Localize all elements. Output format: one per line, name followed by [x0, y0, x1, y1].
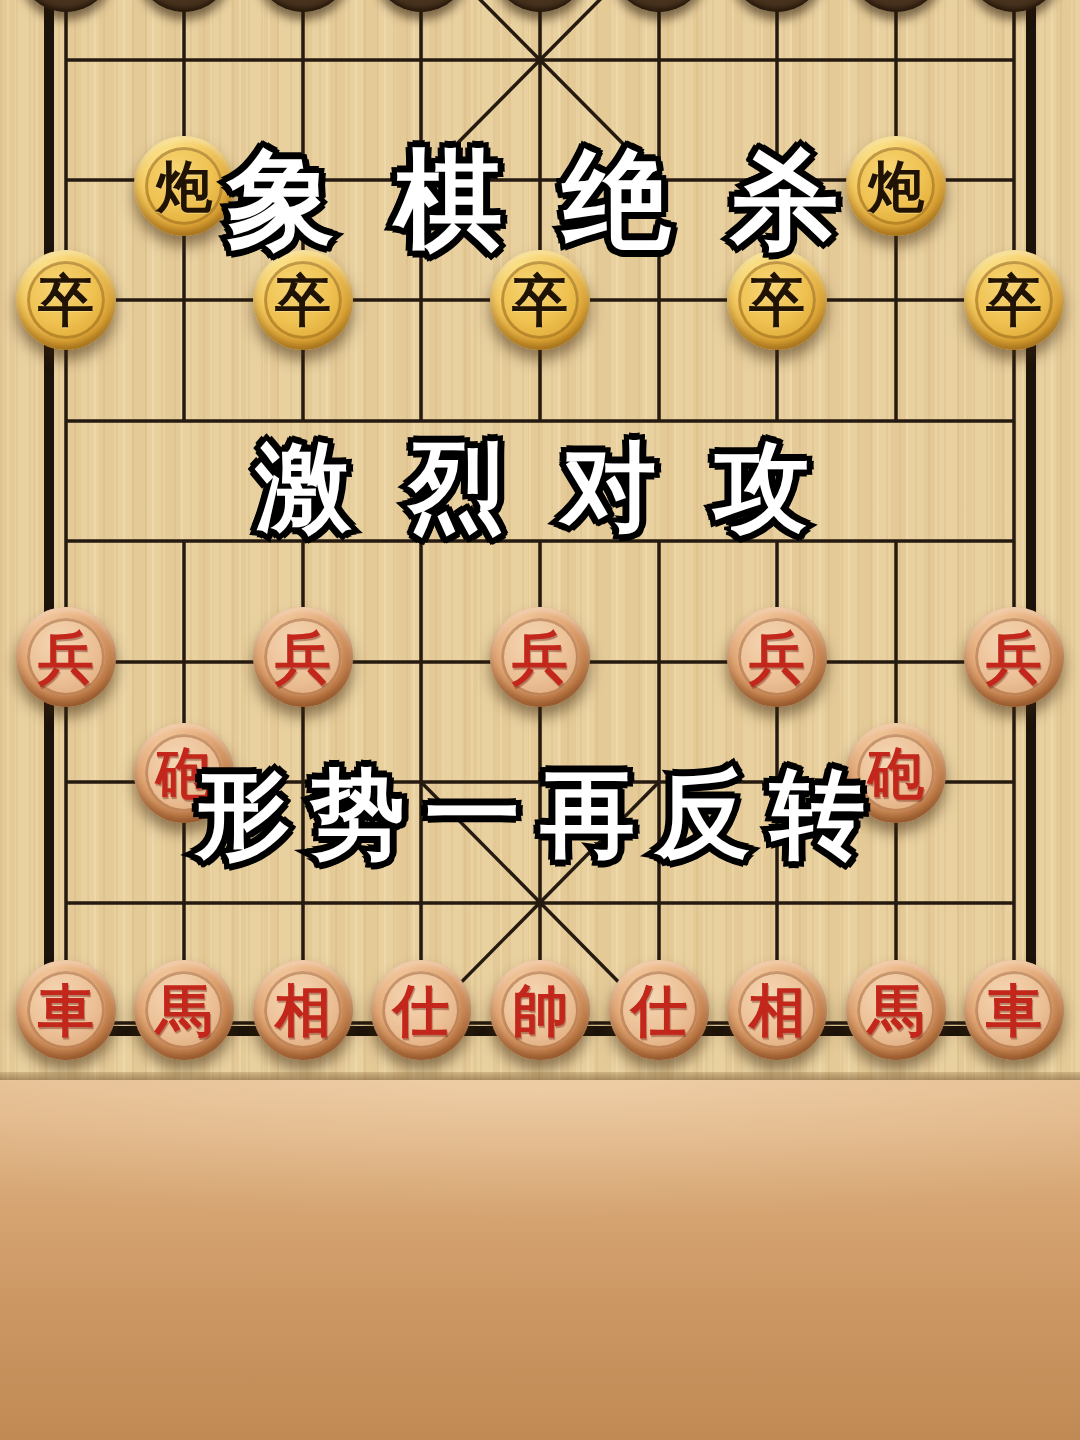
piece-face: 相 — [738, 971, 816, 1049]
piece-red-general[interactable]: 帥 — [490, 960, 590, 1060]
piece-red-soldier[interactable]: 兵 — [253, 607, 353, 707]
piece-character: 卒 — [986, 272, 1042, 328]
piece-character: 兵 — [512, 629, 568, 685]
piece-red-elephant[interactable]: 相 — [253, 960, 353, 1060]
piece-character: 兵 — [275, 629, 331, 685]
piece-red-soldier[interactable]: 兵 — [16, 607, 116, 707]
piece-character: 馬 — [868, 982, 924, 1038]
piece-character: 卒 — [512, 272, 568, 328]
piece-face: 兵 — [501, 618, 579, 696]
piece-red-soldier[interactable]: 兵 — [727, 607, 827, 707]
caption-middle: 激 烈 对 攻 — [0, 424, 1080, 554]
board-front-edge — [0, 1072, 1080, 1080]
piece-face: 兵 — [27, 618, 105, 696]
piece-red-horse[interactable]: 馬 — [846, 960, 946, 1060]
piece-character: 車 — [986, 982, 1042, 1038]
piece-face: 車 — [975, 971, 1053, 1049]
table-surface — [0, 1080, 1080, 1440]
piece-red-advisor[interactable]: 仕 — [371, 960, 471, 1060]
piece-red-chariot[interactable]: 車 — [16, 960, 116, 1060]
piece-face: 仕 — [382, 971, 460, 1049]
piece-character: 相 — [749, 982, 805, 1038]
piece-face: 帥 — [501, 971, 579, 1049]
piece-character: 卒 — [275, 272, 331, 328]
piece-character: 兵 — [749, 629, 805, 685]
piece-character: 卒 — [749, 272, 805, 328]
piece-character: 卒 — [38, 272, 94, 328]
piece-red-horse[interactable]: 馬 — [134, 960, 234, 1060]
piece-face: 馬 — [145, 971, 223, 1049]
piece-red-elephant[interactable]: 相 — [727, 960, 827, 1060]
piece-character: 車 — [38, 982, 94, 1038]
piece-red-advisor[interactable]: 仕 — [609, 960, 709, 1060]
piece-red-chariot[interactable]: 車 — [964, 960, 1064, 1060]
piece-face: 兵 — [738, 618, 816, 696]
piece-face: 兵 — [264, 618, 342, 696]
piece-character: 相 — [275, 982, 331, 1038]
piece-character: 仕 — [393, 982, 449, 1038]
xiangqi-screenshot: 炮炮卒卒卒卒卒兵兵兵兵兵砲砲車馬相仕帥仕相馬車 象 棋 绝 杀 激 烈 对 攻 … — [0, 0, 1080, 1440]
piece-red-soldier[interactable]: 兵 — [490, 607, 590, 707]
piece-character: 帥 — [512, 982, 568, 1038]
piece-character: 馬 — [156, 982, 212, 1038]
piece-character: 兵 — [986, 629, 1042, 685]
piece-face: 兵 — [975, 618, 1053, 696]
caption-lower: 形势一再反转 — [0, 752, 1080, 880]
piece-face: 馬 — [857, 971, 935, 1049]
piece-face: 車 — [27, 971, 105, 1049]
piece-face: 仕 — [620, 971, 698, 1049]
caption-title: 象 棋 绝 杀 — [0, 128, 1080, 274]
piece-character: 兵 — [38, 629, 94, 685]
piece-red-soldier[interactable]: 兵 — [964, 607, 1064, 707]
piece-face: 相 — [264, 971, 342, 1049]
piece-character: 仕 — [631, 982, 687, 1038]
